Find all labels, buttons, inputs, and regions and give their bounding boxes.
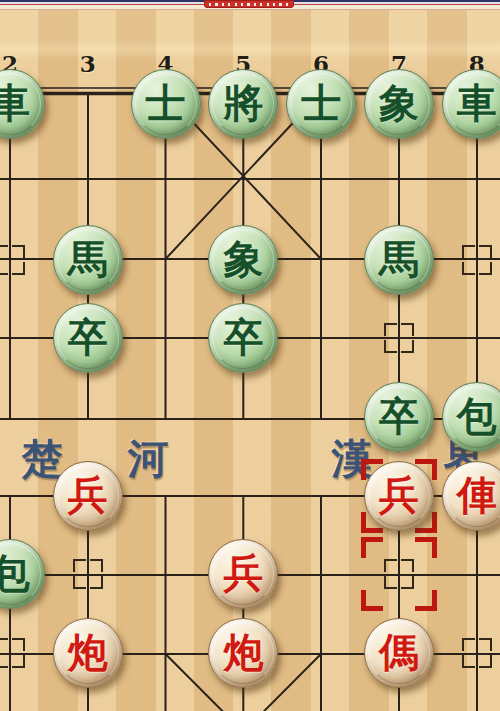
piece-glyph: 包 [0, 553, 30, 593]
piece-black-elephant[interactable]: 象 [364, 69, 434, 139]
piece-black-horse[interactable]: 馬 [53, 225, 123, 295]
app-screen: 2345678 楚河漢界 車士將士象車馬象馬卒卒卒包包兵兵俥兵炮炮傌 [0, 0, 500, 711]
piece-glyph: 車 [457, 83, 497, 123]
top-status-bar [0, 0, 500, 10]
piece-glyph: 士 [146, 83, 186, 123]
piece-glyph: 士 [301, 83, 341, 123]
piece-black-cannon[interactable]: 包 [442, 382, 500, 452]
piece-black-advisor[interactable]: 士 [131, 69, 201, 139]
xiangqi-board: 2345678 楚河漢界 車士將士象車馬象馬卒卒卒包包兵兵俥兵炮炮傌 [0, 0, 500, 711]
piece-black-chariot[interactable]: 車 [0, 69, 45, 139]
piece-black-soldier[interactable]: 卒 [364, 382, 434, 452]
piece-black-advisor[interactable]: 士 [286, 69, 356, 139]
piece-red-soldier[interactable]: 兵 [364, 461, 434, 531]
piece-red-cannon[interactable]: 炮 [208, 618, 278, 688]
piece-glyph: 包 [457, 396, 497, 436]
piece-red-chariot[interactable]: 俥 [442, 461, 500, 531]
piece-glyph: 卒 [379, 396, 419, 436]
piece-red-horse[interactable]: 傌 [364, 618, 434, 688]
piece-layer: 車士將士象車馬象馬卒卒卒包包兵兵俥兵炮炮傌 [0, 65, 500, 692]
piece-glyph: 象 [223, 239, 263, 279]
piece-black-general[interactable]: 將 [208, 69, 278, 139]
piece-red-soldier[interactable]: 兵 [208, 539, 278, 609]
piece-glyph: 炮 [68, 632, 108, 672]
piece-glyph: 馬 [68, 239, 108, 279]
piece-glyph: 象 [379, 83, 419, 123]
piece-glyph: 兵 [379, 475, 419, 515]
piece-glyph: 卒 [223, 317, 263, 357]
red-dotted-notch-icon [204, 0, 294, 8]
piece-black-cannon[interactable]: 包 [0, 539, 45, 609]
piece-glyph: 兵 [68, 475, 108, 515]
piece-black-soldier[interactable]: 卒 [53, 303, 123, 373]
piece-glyph: 卒 [68, 317, 108, 357]
piece-red-cannon[interactable]: 炮 [53, 618, 123, 688]
piece-glyph: 炮 [223, 632, 263, 672]
piece-black-elephant[interactable]: 象 [208, 225, 278, 295]
piece-glyph: 傌 [379, 632, 419, 672]
piece-glyph: 俥 [457, 475, 497, 515]
piece-glyph: 兵 [223, 553, 263, 593]
piece-black-horse[interactable]: 馬 [364, 225, 434, 295]
piece-glyph: 馬 [379, 239, 419, 279]
piece-glyph: 車 [0, 83, 30, 123]
piece-black-chariot[interactable]: 車 [442, 69, 500, 139]
piece-black-soldier[interactable]: 卒 [208, 303, 278, 373]
piece-glyph: 將 [223, 83, 263, 123]
piece-red-soldier[interactable]: 兵 [53, 461, 123, 531]
